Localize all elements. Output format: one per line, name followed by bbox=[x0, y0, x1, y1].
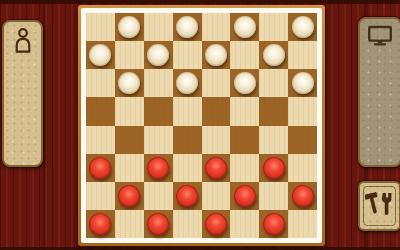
monitor-icon bbox=[367, 19, 393, 51]
board-square[interactable] bbox=[202, 182, 231, 210]
checker-white[interactable] bbox=[292, 72, 314, 94]
board-square[interactable] bbox=[144, 97, 173, 125]
checker-red[interactable] bbox=[205, 213, 227, 235]
board-square[interactable] bbox=[202, 41, 231, 69]
board-square[interactable] bbox=[259, 13, 288, 41]
checker-red[interactable] bbox=[147, 213, 169, 235]
board-square[interactable] bbox=[86, 210, 115, 238]
checker-white[interactable] bbox=[147, 44, 169, 66]
board-square[interactable] bbox=[288, 182, 317, 210]
board-border bbox=[81, 8, 322, 243]
board-square[interactable] bbox=[173, 13, 202, 41]
board-square[interactable] bbox=[288, 154, 317, 182]
board-square[interactable] bbox=[259, 69, 288, 97]
checker-white[interactable] bbox=[118, 16, 140, 38]
board-square[interactable] bbox=[173, 210, 202, 238]
board-square[interactable] bbox=[230, 154, 259, 182]
board-square[interactable] bbox=[259, 210, 288, 238]
board-square[interactable] bbox=[86, 69, 115, 97]
board-square[interactable] bbox=[202, 69, 231, 97]
board-square[interactable] bbox=[144, 154, 173, 182]
board-frame bbox=[78, 5, 325, 246]
board-square[interactable] bbox=[173, 41, 202, 69]
board-square[interactable] bbox=[173, 97, 202, 125]
player-capture-tray[interactable] bbox=[2, 20, 43, 167]
checker-red[interactable] bbox=[118, 185, 140, 207]
top-shadow-band bbox=[0, 0, 400, 4]
tools-icon bbox=[365, 190, 395, 222]
board-square[interactable] bbox=[115, 69, 144, 97]
board-square[interactable] bbox=[230, 69, 259, 97]
checker-white[interactable] bbox=[118, 72, 140, 94]
board-square[interactable] bbox=[115, 182, 144, 210]
board bbox=[86, 13, 317, 238]
board-square[interactable] bbox=[288, 210, 317, 238]
checker-white[interactable] bbox=[176, 16, 198, 38]
board-square[interactable] bbox=[115, 154, 144, 182]
checker-red[interactable] bbox=[147, 157, 169, 179]
board-square[interactable] bbox=[144, 69, 173, 97]
checker-white[interactable] bbox=[234, 16, 256, 38]
board-square[interactable] bbox=[288, 13, 317, 41]
checker-red[interactable] bbox=[263, 213, 285, 235]
checker-red[interactable] bbox=[234, 185, 256, 207]
board-square[interactable] bbox=[86, 126, 115, 154]
checker-red[interactable] bbox=[205, 157, 227, 179]
board-square[interactable] bbox=[144, 13, 173, 41]
board-square[interactable] bbox=[86, 41, 115, 69]
board-square[interactable] bbox=[202, 13, 231, 41]
board-square[interactable] bbox=[288, 126, 317, 154]
board-square[interactable] bbox=[230, 182, 259, 210]
board-square[interactable] bbox=[230, 13, 259, 41]
checker-red[interactable] bbox=[89, 213, 111, 235]
board-square[interactable] bbox=[202, 97, 231, 125]
checker-red[interactable] bbox=[292, 185, 314, 207]
board-square[interactable] bbox=[288, 69, 317, 97]
computer-capture-tray[interactable] bbox=[358, 17, 400, 167]
board-square[interactable] bbox=[144, 210, 173, 238]
board-square[interactable] bbox=[259, 97, 288, 125]
board-square[interactable] bbox=[173, 126, 202, 154]
board-square[interactable] bbox=[173, 182, 202, 210]
checker-white[interactable] bbox=[263, 44, 285, 66]
board-square[interactable] bbox=[115, 210, 144, 238]
board-square[interactable] bbox=[259, 126, 288, 154]
person-icon bbox=[14, 22, 32, 58]
board-square[interactable] bbox=[288, 41, 317, 69]
board-square[interactable] bbox=[202, 210, 231, 238]
board-square[interactable] bbox=[259, 182, 288, 210]
board-square[interactable] bbox=[202, 126, 231, 154]
wood-background bbox=[0, 0, 400, 250]
board-square[interactable] bbox=[259, 41, 288, 69]
board-square[interactable] bbox=[86, 182, 115, 210]
checker-red[interactable] bbox=[263, 157, 285, 179]
board-square[interactable] bbox=[86, 97, 115, 125]
board-square[interactable] bbox=[86, 154, 115, 182]
board-square[interactable] bbox=[259, 154, 288, 182]
checker-white[interactable] bbox=[176, 72, 198, 94]
board-square[interactable] bbox=[115, 13, 144, 41]
board-square[interactable] bbox=[202, 154, 231, 182]
board-square[interactable] bbox=[144, 41, 173, 69]
checker-red[interactable] bbox=[176, 185, 198, 207]
board-square[interactable] bbox=[86, 13, 115, 41]
board-square[interactable] bbox=[115, 126, 144, 154]
board-square[interactable] bbox=[173, 69, 202, 97]
checker-white[interactable] bbox=[234, 72, 256, 94]
board-square[interactable] bbox=[230, 210, 259, 238]
board-square[interactable] bbox=[115, 41, 144, 69]
checker-white[interactable] bbox=[205, 44, 227, 66]
board-square[interactable] bbox=[173, 154, 202, 182]
board-square[interactable] bbox=[230, 97, 259, 125]
board-square[interactable] bbox=[288, 97, 317, 125]
checker-white[interactable] bbox=[89, 44, 111, 66]
checker-white[interactable] bbox=[292, 16, 314, 38]
board-square[interactable] bbox=[230, 126, 259, 154]
board-square[interactable] bbox=[230, 41, 259, 69]
board-square[interactable] bbox=[144, 126, 173, 154]
board-square[interactable] bbox=[115, 97, 144, 125]
checker-red[interactable] bbox=[89, 157, 111, 179]
tools-button[interactable] bbox=[358, 181, 400, 231]
board-square[interactable] bbox=[144, 182, 173, 210]
